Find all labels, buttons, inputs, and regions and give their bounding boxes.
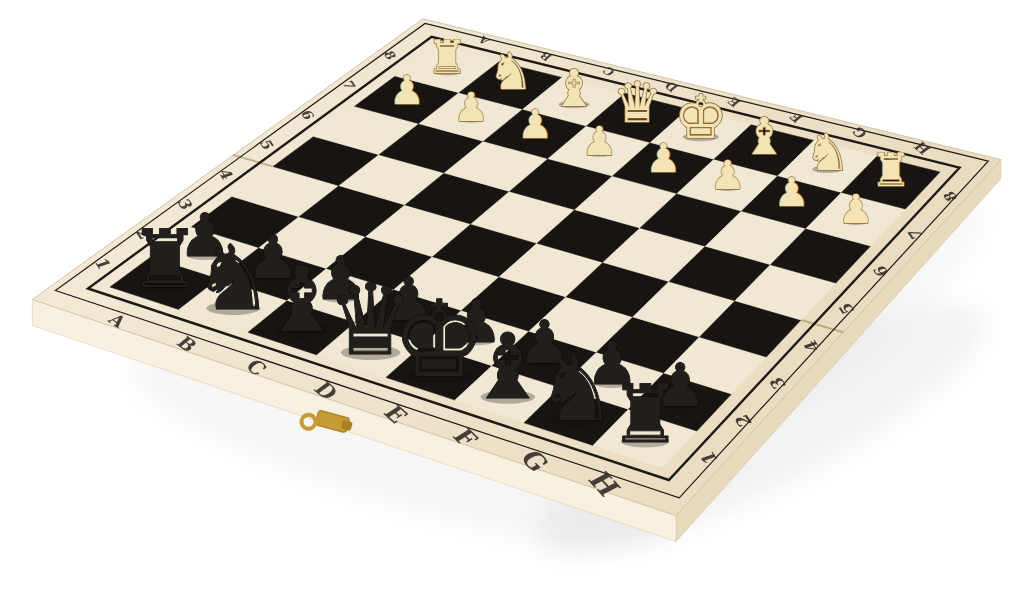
piece-black-knight-g1[interactable]: ♞ xyxy=(536,337,616,441)
piece-white-queen-d8[interactable]: ♛ xyxy=(612,70,662,135)
piece-white-pawn-d7[interactable]: ♟ xyxy=(581,118,617,164)
piece-white-pawn-g7[interactable]: ♟ xyxy=(774,169,810,215)
piece-white-king-e8[interactable]: ♚ xyxy=(674,82,728,152)
piece-white-knight-g8[interactable]: ♞ xyxy=(805,123,851,182)
piece-black-rook-a1[interactable]: ♜ xyxy=(129,212,201,306)
piece-white-pawn-b7[interactable]: ♟ xyxy=(453,84,489,130)
piece-white-bishop-f8[interactable]: ♝ xyxy=(741,106,787,166)
piece-white-pawn-h7[interactable]: ♟ xyxy=(838,186,874,232)
piece-black-rook-h1[interactable]: ♜ xyxy=(609,367,681,461)
chessboard: ABCDEFGHABCDEFGH1234567812345678♜♞♟♝♟♛♟♚… xyxy=(0,0,1033,609)
product-photo-background: ABCDEFGHABCDEFGH1234567812345678♜♞♟♝♟♛♟♚… xyxy=(0,0,1033,609)
piece-white-rook-a8[interactable]: ♜ xyxy=(427,31,468,84)
piece-white-pawn-c7[interactable]: ♟ xyxy=(517,101,553,147)
piece-white-bishop-c8[interactable]: ♝ xyxy=(551,58,597,118)
piece-white-rook-h8[interactable]: ♜ xyxy=(870,144,911,197)
piece-white-pawn-f7[interactable]: ♟ xyxy=(710,152,746,198)
piece-white-pawn-e7[interactable]: ♟ xyxy=(646,135,682,181)
piece-white-knight-b8[interactable]: ♞ xyxy=(488,42,534,101)
piece-white-pawn-a7[interactable]: ♟ xyxy=(389,67,425,113)
